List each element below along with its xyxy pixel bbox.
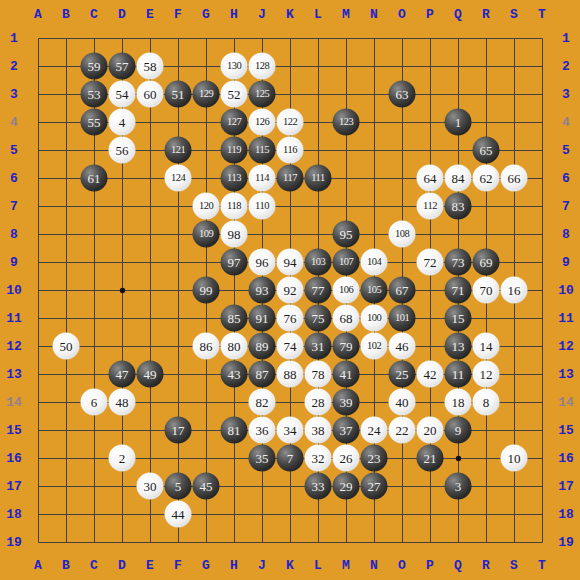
point-N6[interactable] bbox=[360, 164, 388, 192]
point-R19[interactable] bbox=[472, 528, 500, 556]
point-D12[interactable] bbox=[108, 332, 136, 360]
point-F18[interactable]: 44 bbox=[164, 500, 192, 528]
point-Q8[interactable] bbox=[444, 220, 472, 248]
point-N17[interactable]: 27 bbox=[360, 472, 388, 500]
point-O2[interactable] bbox=[388, 52, 416, 80]
point-C12[interactable] bbox=[80, 332, 108, 360]
point-B8[interactable] bbox=[52, 220, 80, 248]
point-P9[interactable]: 72 bbox=[416, 248, 444, 276]
point-C6[interactable]: 61 bbox=[80, 164, 108, 192]
point-F4[interactable] bbox=[164, 108, 192, 136]
point-L9[interactable]: 103 bbox=[304, 248, 332, 276]
point-F8[interactable] bbox=[164, 220, 192, 248]
point-D16[interactable]: 2 bbox=[108, 444, 136, 472]
point-H1[interactable] bbox=[220, 24, 248, 52]
point-O18[interactable] bbox=[388, 500, 416, 528]
point-P6[interactable]: 64 bbox=[416, 164, 444, 192]
point-P14[interactable] bbox=[416, 388, 444, 416]
point-R2[interactable] bbox=[472, 52, 500, 80]
point-N13[interactable] bbox=[360, 360, 388, 388]
point-T13[interactable] bbox=[528, 360, 556, 388]
point-L14[interactable]: 28 bbox=[304, 388, 332, 416]
point-T19[interactable] bbox=[528, 528, 556, 556]
point-O12[interactable]: 46 bbox=[388, 332, 416, 360]
point-B5[interactable] bbox=[52, 136, 80, 164]
point-S4[interactable] bbox=[500, 108, 528, 136]
point-D5[interactable]: 56 bbox=[108, 136, 136, 164]
point-Q2[interactable] bbox=[444, 52, 472, 80]
point-D13[interactable]: 47 bbox=[108, 360, 136, 388]
point-T9[interactable] bbox=[528, 248, 556, 276]
point-D17[interactable] bbox=[108, 472, 136, 500]
point-T1[interactable] bbox=[528, 24, 556, 52]
point-H13[interactable]: 43 bbox=[220, 360, 248, 388]
point-T12[interactable] bbox=[528, 332, 556, 360]
point-P3[interactable] bbox=[416, 80, 444, 108]
point-A10[interactable] bbox=[24, 276, 52, 304]
point-C18[interactable] bbox=[80, 500, 108, 528]
point-C7[interactable] bbox=[80, 192, 108, 220]
point-O10[interactable]: 67 bbox=[388, 276, 416, 304]
point-J14[interactable]: 82 bbox=[248, 388, 276, 416]
point-E6[interactable] bbox=[136, 164, 164, 192]
point-N15[interactable]: 24 bbox=[360, 416, 388, 444]
point-G13[interactable] bbox=[192, 360, 220, 388]
point-C11[interactable] bbox=[80, 304, 108, 332]
point-G12[interactable]: 86 bbox=[192, 332, 220, 360]
point-M5[interactable] bbox=[332, 136, 360, 164]
point-L3[interactable] bbox=[304, 80, 332, 108]
point-J15[interactable]: 36 bbox=[248, 416, 276, 444]
point-D3[interactable]: 54 bbox=[108, 80, 136, 108]
point-C10[interactable] bbox=[80, 276, 108, 304]
point-J9[interactable]: 96 bbox=[248, 248, 276, 276]
point-O1[interactable] bbox=[388, 24, 416, 52]
point-K10[interactable]: 92 bbox=[276, 276, 304, 304]
point-G1[interactable] bbox=[192, 24, 220, 52]
point-Q5[interactable] bbox=[444, 136, 472, 164]
point-T10[interactable] bbox=[528, 276, 556, 304]
point-F6[interactable]: 124 bbox=[164, 164, 192, 192]
point-E8[interactable] bbox=[136, 220, 164, 248]
point-S6[interactable]: 66 bbox=[500, 164, 528, 192]
point-B3[interactable] bbox=[52, 80, 80, 108]
point-K6[interactable]: 117 bbox=[276, 164, 304, 192]
point-E17[interactable]: 30 bbox=[136, 472, 164, 500]
point-A1[interactable] bbox=[24, 24, 52, 52]
point-P4[interactable] bbox=[416, 108, 444, 136]
point-B13[interactable] bbox=[52, 360, 80, 388]
point-K3[interactable] bbox=[276, 80, 304, 108]
point-R7[interactable] bbox=[472, 192, 500, 220]
point-A17[interactable] bbox=[24, 472, 52, 500]
point-T3[interactable] bbox=[528, 80, 556, 108]
point-P16[interactable]: 21 bbox=[416, 444, 444, 472]
point-R11[interactable] bbox=[472, 304, 500, 332]
point-T4[interactable] bbox=[528, 108, 556, 136]
point-R3[interactable] bbox=[472, 80, 500, 108]
point-C15[interactable] bbox=[80, 416, 108, 444]
point-S2[interactable] bbox=[500, 52, 528, 80]
point-C3[interactable]: 53 bbox=[80, 80, 108, 108]
point-R9[interactable]: 69 bbox=[472, 248, 500, 276]
point-C4[interactable]: 55 bbox=[80, 108, 108, 136]
point-A5[interactable] bbox=[24, 136, 52, 164]
point-E14[interactable] bbox=[136, 388, 164, 416]
point-S7[interactable] bbox=[500, 192, 528, 220]
point-D4[interactable]: 4 bbox=[108, 108, 136, 136]
point-Q9[interactable]: 73 bbox=[444, 248, 472, 276]
point-O4[interactable] bbox=[388, 108, 416, 136]
point-J8[interactable] bbox=[248, 220, 276, 248]
point-S18[interactable] bbox=[500, 500, 528, 528]
point-P1[interactable] bbox=[416, 24, 444, 52]
point-P5[interactable] bbox=[416, 136, 444, 164]
point-S5[interactable] bbox=[500, 136, 528, 164]
point-B6[interactable] bbox=[52, 164, 80, 192]
point-G6[interactable] bbox=[192, 164, 220, 192]
point-C2[interactable]: 59 bbox=[80, 52, 108, 80]
point-S1[interactable] bbox=[500, 24, 528, 52]
point-H12[interactable]: 80 bbox=[220, 332, 248, 360]
point-C5[interactable] bbox=[80, 136, 108, 164]
point-N9[interactable]: 104 bbox=[360, 248, 388, 276]
point-L1[interactable] bbox=[304, 24, 332, 52]
point-C16[interactable] bbox=[80, 444, 108, 472]
point-E10[interactable] bbox=[136, 276, 164, 304]
point-J2[interactable]: 128 bbox=[248, 52, 276, 80]
point-H4[interactable]: 127 bbox=[220, 108, 248, 136]
point-F11[interactable] bbox=[164, 304, 192, 332]
point-A6[interactable] bbox=[24, 164, 52, 192]
point-K7[interactable] bbox=[276, 192, 304, 220]
point-H16[interactable] bbox=[220, 444, 248, 472]
point-L10[interactable]: 77 bbox=[304, 276, 332, 304]
point-G8[interactable]: 109 bbox=[192, 220, 220, 248]
point-J11[interactable]: 91 bbox=[248, 304, 276, 332]
point-G18[interactable] bbox=[192, 500, 220, 528]
point-O16[interactable] bbox=[388, 444, 416, 472]
point-B12[interactable]: 50 bbox=[52, 332, 80, 360]
point-C8[interactable] bbox=[80, 220, 108, 248]
point-A16[interactable] bbox=[24, 444, 52, 472]
point-E2[interactable]: 58 bbox=[136, 52, 164, 80]
point-L18[interactable] bbox=[304, 500, 332, 528]
point-T18[interactable] bbox=[528, 500, 556, 528]
point-K12[interactable]: 74 bbox=[276, 332, 304, 360]
point-S10[interactable]: 16 bbox=[500, 276, 528, 304]
point-L7[interactable] bbox=[304, 192, 332, 220]
point-H15[interactable]: 81 bbox=[220, 416, 248, 444]
point-G2[interactable] bbox=[192, 52, 220, 80]
point-G5[interactable] bbox=[192, 136, 220, 164]
point-P13[interactable]: 42 bbox=[416, 360, 444, 388]
point-R17[interactable] bbox=[472, 472, 500, 500]
point-A15[interactable] bbox=[24, 416, 52, 444]
point-S13[interactable] bbox=[500, 360, 528, 388]
point-H2[interactable]: 130 bbox=[220, 52, 248, 80]
point-J17[interactable] bbox=[248, 472, 276, 500]
point-A8[interactable] bbox=[24, 220, 52, 248]
point-L11[interactable]: 75 bbox=[304, 304, 332, 332]
point-N19[interactable] bbox=[360, 528, 388, 556]
point-Q7[interactable]: 83 bbox=[444, 192, 472, 220]
point-Q6[interactable]: 84 bbox=[444, 164, 472, 192]
point-B4[interactable] bbox=[52, 108, 80, 136]
point-Q3[interactable] bbox=[444, 80, 472, 108]
point-N1[interactable] bbox=[360, 24, 388, 52]
point-H18[interactable] bbox=[220, 500, 248, 528]
point-S11[interactable] bbox=[500, 304, 528, 332]
point-K18[interactable] bbox=[276, 500, 304, 528]
point-R6[interactable]: 62 bbox=[472, 164, 500, 192]
point-S3[interactable] bbox=[500, 80, 528, 108]
point-E12[interactable] bbox=[136, 332, 164, 360]
point-C19[interactable] bbox=[80, 528, 108, 556]
point-F17[interactable]: 5 bbox=[164, 472, 192, 500]
point-M9[interactable]: 107 bbox=[332, 248, 360, 276]
point-K8[interactable] bbox=[276, 220, 304, 248]
point-Q12[interactable]: 13 bbox=[444, 332, 472, 360]
point-E7[interactable] bbox=[136, 192, 164, 220]
point-T14[interactable] bbox=[528, 388, 556, 416]
point-L4[interactable] bbox=[304, 108, 332, 136]
point-N8[interactable] bbox=[360, 220, 388, 248]
point-R5[interactable]: 65 bbox=[472, 136, 500, 164]
point-S12[interactable] bbox=[500, 332, 528, 360]
point-M13[interactable]: 41 bbox=[332, 360, 360, 388]
point-A2[interactable] bbox=[24, 52, 52, 80]
point-K16[interactable]: 7 bbox=[276, 444, 304, 472]
point-N10[interactable]: 105 bbox=[360, 276, 388, 304]
point-S19[interactable] bbox=[500, 528, 528, 556]
point-L5[interactable] bbox=[304, 136, 332, 164]
point-P19[interactable] bbox=[416, 528, 444, 556]
point-A7[interactable] bbox=[24, 192, 52, 220]
point-L8[interactable] bbox=[304, 220, 332, 248]
point-K4[interactable]: 122 bbox=[276, 108, 304, 136]
point-R12[interactable]: 14 bbox=[472, 332, 500, 360]
point-F1[interactable] bbox=[164, 24, 192, 52]
point-S14[interactable] bbox=[500, 388, 528, 416]
point-D7[interactable] bbox=[108, 192, 136, 220]
point-F15[interactable]: 17 bbox=[164, 416, 192, 444]
point-B14[interactable] bbox=[52, 388, 80, 416]
point-G11[interactable] bbox=[192, 304, 220, 332]
point-L12[interactable]: 31 bbox=[304, 332, 332, 360]
point-F12[interactable] bbox=[164, 332, 192, 360]
point-J4[interactable]: 126 bbox=[248, 108, 276, 136]
point-B15[interactable] bbox=[52, 416, 80, 444]
point-H5[interactable]: 119 bbox=[220, 136, 248, 164]
point-F16[interactable] bbox=[164, 444, 192, 472]
point-Q10[interactable]: 71 bbox=[444, 276, 472, 304]
point-B17[interactable] bbox=[52, 472, 80, 500]
point-A12[interactable] bbox=[24, 332, 52, 360]
point-Q11[interactable]: 15 bbox=[444, 304, 472, 332]
go-board[interactable]: AABBCCDDEEFFGGHHJJKKLLMMNNOOPPQQRRSSTT11… bbox=[0, 0, 580, 580]
point-K11[interactable]: 76 bbox=[276, 304, 304, 332]
point-J19[interactable] bbox=[248, 528, 276, 556]
point-F14[interactable] bbox=[164, 388, 192, 416]
point-H10[interactable] bbox=[220, 276, 248, 304]
point-O11[interactable]: 101 bbox=[388, 304, 416, 332]
point-G14[interactable] bbox=[192, 388, 220, 416]
point-Q16[interactable] bbox=[444, 444, 472, 472]
point-C9[interactable] bbox=[80, 248, 108, 276]
point-H7[interactable]: 118 bbox=[220, 192, 248, 220]
point-L15[interactable]: 38 bbox=[304, 416, 332, 444]
point-N4[interactable] bbox=[360, 108, 388, 136]
point-G7[interactable]: 120 bbox=[192, 192, 220, 220]
point-O19[interactable] bbox=[388, 528, 416, 556]
point-O17[interactable] bbox=[388, 472, 416, 500]
point-H6[interactable]: 113 bbox=[220, 164, 248, 192]
point-N16[interactable]: 23 bbox=[360, 444, 388, 472]
point-M8[interactable]: 95 bbox=[332, 220, 360, 248]
point-K2[interactable] bbox=[276, 52, 304, 80]
point-P2[interactable] bbox=[416, 52, 444, 80]
point-N14[interactable] bbox=[360, 388, 388, 416]
point-C17[interactable] bbox=[80, 472, 108, 500]
point-P18[interactable] bbox=[416, 500, 444, 528]
point-M1[interactable] bbox=[332, 24, 360, 52]
point-F2[interactable] bbox=[164, 52, 192, 80]
point-N11[interactable]: 100 bbox=[360, 304, 388, 332]
point-A19[interactable] bbox=[24, 528, 52, 556]
point-F7[interactable] bbox=[164, 192, 192, 220]
point-P11[interactable] bbox=[416, 304, 444, 332]
point-D6[interactable] bbox=[108, 164, 136, 192]
point-B7[interactable] bbox=[52, 192, 80, 220]
point-E3[interactable]: 60 bbox=[136, 80, 164, 108]
point-J12[interactable]: 89 bbox=[248, 332, 276, 360]
point-N2[interactable] bbox=[360, 52, 388, 80]
point-M6[interactable] bbox=[332, 164, 360, 192]
point-R1[interactable] bbox=[472, 24, 500, 52]
point-Q14[interactable]: 18 bbox=[444, 388, 472, 416]
point-K9[interactable]: 94 bbox=[276, 248, 304, 276]
point-K1[interactable] bbox=[276, 24, 304, 52]
point-Q17[interactable]: 3 bbox=[444, 472, 472, 500]
point-G17[interactable]: 45 bbox=[192, 472, 220, 500]
point-A3[interactable] bbox=[24, 80, 52, 108]
point-J13[interactable]: 87 bbox=[248, 360, 276, 388]
point-R16[interactable] bbox=[472, 444, 500, 472]
point-J3[interactable]: 125 bbox=[248, 80, 276, 108]
point-E13[interactable]: 49 bbox=[136, 360, 164, 388]
point-Q19[interactable] bbox=[444, 528, 472, 556]
point-D11[interactable] bbox=[108, 304, 136, 332]
point-A18[interactable] bbox=[24, 500, 52, 528]
point-H14[interactable] bbox=[220, 388, 248, 416]
point-L2[interactable] bbox=[304, 52, 332, 80]
point-D15[interactable] bbox=[108, 416, 136, 444]
point-G16[interactable] bbox=[192, 444, 220, 472]
point-R4[interactable] bbox=[472, 108, 500, 136]
point-H3[interactable]: 52 bbox=[220, 80, 248, 108]
point-M16[interactable]: 26 bbox=[332, 444, 360, 472]
point-J1[interactable] bbox=[248, 24, 276, 52]
point-R15[interactable] bbox=[472, 416, 500, 444]
point-G15[interactable] bbox=[192, 416, 220, 444]
point-N12[interactable]: 102 bbox=[360, 332, 388, 360]
point-N5[interactable] bbox=[360, 136, 388, 164]
point-G10[interactable]: 99 bbox=[192, 276, 220, 304]
point-Q18[interactable] bbox=[444, 500, 472, 528]
point-G4[interactable] bbox=[192, 108, 220, 136]
point-E16[interactable] bbox=[136, 444, 164, 472]
point-D19[interactable] bbox=[108, 528, 136, 556]
point-D9[interactable] bbox=[108, 248, 136, 276]
point-D2[interactable]: 57 bbox=[108, 52, 136, 80]
point-M18[interactable] bbox=[332, 500, 360, 528]
point-Q4[interactable]: 1 bbox=[444, 108, 472, 136]
point-C14[interactable]: 6 bbox=[80, 388, 108, 416]
point-T17[interactable] bbox=[528, 472, 556, 500]
point-H17[interactable] bbox=[220, 472, 248, 500]
point-J10[interactable]: 93 bbox=[248, 276, 276, 304]
point-F13[interactable] bbox=[164, 360, 192, 388]
point-O14[interactable]: 40 bbox=[388, 388, 416, 416]
point-B2[interactable] bbox=[52, 52, 80, 80]
point-P10[interactable] bbox=[416, 276, 444, 304]
point-P15[interactable]: 20 bbox=[416, 416, 444, 444]
point-S15[interactable] bbox=[500, 416, 528, 444]
point-J7[interactable]: 110 bbox=[248, 192, 276, 220]
point-S9[interactable] bbox=[500, 248, 528, 276]
point-K15[interactable]: 34 bbox=[276, 416, 304, 444]
point-N3[interactable] bbox=[360, 80, 388, 108]
point-E18[interactable] bbox=[136, 500, 164, 528]
point-T15[interactable] bbox=[528, 416, 556, 444]
point-M15[interactable]: 37 bbox=[332, 416, 360, 444]
point-H8[interactable]: 98 bbox=[220, 220, 248, 248]
point-H9[interactable]: 97 bbox=[220, 248, 248, 276]
point-S8[interactable] bbox=[500, 220, 528, 248]
point-L19[interactable] bbox=[304, 528, 332, 556]
point-A14[interactable] bbox=[24, 388, 52, 416]
point-S16[interactable]: 10 bbox=[500, 444, 528, 472]
point-B19[interactable] bbox=[52, 528, 80, 556]
point-M10[interactable]: 106 bbox=[332, 276, 360, 304]
point-D10[interactable] bbox=[108, 276, 136, 304]
point-R8[interactable] bbox=[472, 220, 500, 248]
point-M14[interactable]: 39 bbox=[332, 388, 360, 416]
point-E15[interactable] bbox=[136, 416, 164, 444]
point-C13[interactable] bbox=[80, 360, 108, 388]
point-A13[interactable] bbox=[24, 360, 52, 388]
point-K13[interactable]: 88 bbox=[276, 360, 304, 388]
point-D18[interactable] bbox=[108, 500, 136, 528]
point-P7[interactable]: 112 bbox=[416, 192, 444, 220]
point-T6[interactable] bbox=[528, 164, 556, 192]
point-B9[interactable] bbox=[52, 248, 80, 276]
point-M17[interactable]: 29 bbox=[332, 472, 360, 500]
point-D8[interactable] bbox=[108, 220, 136, 248]
point-K14[interactable] bbox=[276, 388, 304, 416]
point-F5[interactable]: 121 bbox=[164, 136, 192, 164]
point-O8[interactable]: 108 bbox=[388, 220, 416, 248]
point-L6[interactable]: 111 bbox=[304, 164, 332, 192]
point-M12[interactable]: 79 bbox=[332, 332, 360, 360]
point-F10[interactable] bbox=[164, 276, 192, 304]
point-M11[interactable]: 68 bbox=[332, 304, 360, 332]
point-T7[interactable] bbox=[528, 192, 556, 220]
point-J6[interactable]: 114 bbox=[248, 164, 276, 192]
point-B10[interactable] bbox=[52, 276, 80, 304]
point-Q13[interactable]: 11 bbox=[444, 360, 472, 388]
